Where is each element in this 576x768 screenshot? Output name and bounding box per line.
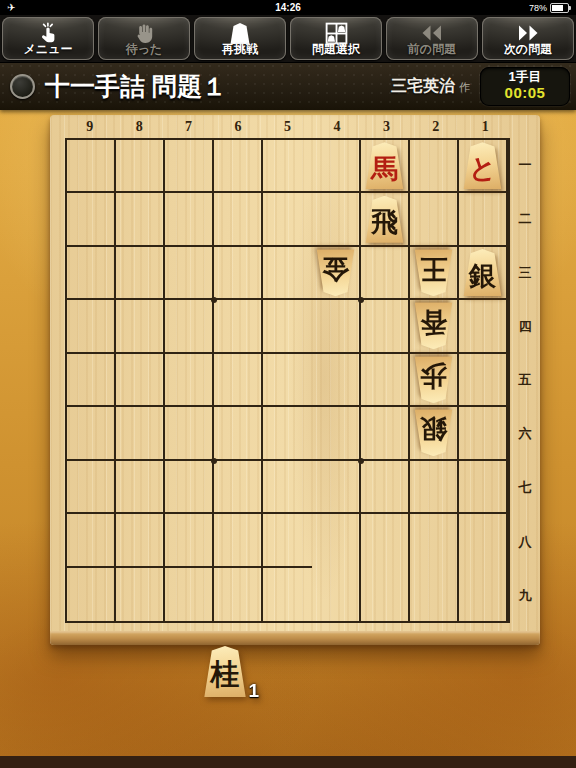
piece-kanji: 王 (420, 257, 447, 284)
file-label-9: 9 (65, 117, 114, 137)
file-label-1: 1 (461, 117, 510, 137)
board-cell-1-1[interactable]: と (459, 140, 508, 193)
board-cell-4-2[interactable] (312, 193, 361, 246)
rank-label-8: 八 (512, 515, 538, 569)
board-cell-6-1[interactable] (214, 140, 263, 193)
rank-label-2: 二 (512, 192, 538, 246)
board-cell-8-8[interactable] (116, 514, 165, 567)
piece-body: と (463, 142, 503, 189)
board-cell-1-2[interactable] (459, 193, 508, 246)
board-cell-7-5[interactable] (165, 354, 214, 407)
board-cell-1-4[interactable] (459, 300, 508, 353)
piece-sente-promoted-bishop[interactable]: 馬 (361, 140, 408, 191)
board-cell-2-5[interactable]: 歩 (410, 354, 459, 407)
app-screen: ✈ 14:26 78% メニュー 待った (0, 0, 576, 768)
board-cell-7-7[interactable] (165, 461, 214, 514)
play-area: 9 8 7 6 5 4 3 2 1 馬と飛金王銀香歩銀 一 二 三 四 (0, 110, 576, 756)
piece-body: 銀 (414, 409, 454, 456)
menu-button[interactable]: メニュー (2, 17, 94, 60)
piece-gote-king[interactable]: 王 (410, 247, 457, 298)
board-cell-3-7[interactable] (361, 461, 410, 514)
next-problem-button-label: 次の問題 (482, 41, 574, 58)
board-cell-8-1[interactable] (116, 140, 165, 193)
hoshi-dot (211, 458, 217, 464)
hand-piece-body: 桂 (203, 646, 247, 697)
file-label-5: 5 (263, 117, 312, 137)
board-cell-6-7[interactable] (214, 461, 263, 514)
piece-kanji: 銀 (420, 417, 447, 444)
board-cell-5-3[interactable] (263, 247, 312, 300)
board-cell-4-1[interactable] (312, 140, 361, 193)
hand-piece-kanji: 桂 (211, 660, 240, 689)
board-cell-6-4[interactable] (214, 300, 263, 353)
board-cell-4-7[interactable] (312, 461, 361, 514)
airplane-mode-icon: ✈ (7, 3, 15, 13)
board-cell-2-7[interactable] (410, 461, 459, 514)
board-cell-2-9[interactable] (410, 568, 459, 621)
problem-title: 十一手詰 問題１ (45, 70, 227, 103)
status-bar: ✈ 14:26 78% (0, 0, 576, 15)
piece-kanji: 銀 (469, 262, 496, 289)
piece-kanji: 馬 (371, 155, 398, 182)
toolbar: メニュー 待った 再挑戦 (0, 15, 576, 62)
board-cell-5-8[interactable] (263, 514, 312, 567)
board-cell-1-7[interactable] (459, 461, 508, 514)
board-cell-2-3[interactable]: 王 (410, 247, 459, 300)
piece-sente-silver[interactable]: 銀 (459, 247, 506, 298)
board-cell-4-8[interactable] (312, 514, 361, 567)
retry-button[interactable]: 再挑戦 (194, 17, 286, 60)
board-cell-9-4[interactable] (67, 300, 116, 353)
rank-label-5: 五 (512, 354, 538, 408)
piece-body: 歩 (414, 356, 454, 403)
board-cell-3-6[interactable] (361, 407, 410, 460)
next-problem-button[interactable]: 次の問題 (482, 17, 574, 60)
rank-label-9: 九 (512, 569, 538, 623)
problem-select-button-label: 問題選択 (290, 41, 382, 58)
board-cell-8-2[interactable] (116, 193, 165, 246)
piece-gote-pawn[interactable]: 歩 (410, 354, 457, 405)
board-cell-5-7[interactable] (263, 461, 312, 514)
board-cell-5-5[interactable] (263, 354, 312, 407)
board-cell-4-6[interactable] (312, 407, 361, 460)
board-cell-2-1[interactable] (410, 140, 459, 193)
board-cell-7-2[interactable] (165, 193, 214, 246)
board-cell-1-6[interactable] (459, 407, 508, 460)
board-cell-5-6[interactable] (263, 407, 312, 460)
menu-button-label: メニュー (2, 41, 94, 58)
board-cell-6-8[interactable] (214, 514, 263, 567)
piece-kanji: と (469, 155, 497, 182)
board-cell-5-9[interactable] (263, 568, 312, 621)
board-cell-4-4[interactable] (312, 300, 361, 353)
hand-piece-knight[interactable]: 桂 1 (203, 646, 249, 698)
board-cell-7-3[interactable] (165, 247, 214, 300)
board-cell-3-1[interactable]: 馬 (361, 140, 410, 193)
file-label-4: 4 (312, 117, 361, 137)
board-cell-7-8[interactable] (165, 514, 214, 567)
board-cell-8-4[interactable] (116, 300, 165, 353)
board-cell-3-9[interactable] (361, 568, 410, 621)
piece-body: 金 (316, 249, 356, 296)
elapsed-time: 00:05 (489, 85, 561, 102)
board-cell-8-7[interactable] (116, 461, 165, 514)
author-name: 三宅英治 (391, 76, 455, 97)
piece-sente-tokin[interactable]: と (459, 140, 506, 191)
battery-percent: 78% (529, 3, 547, 13)
file-label-7: 7 (164, 117, 213, 137)
board-cell-2-8[interactable] (410, 514, 459, 567)
board-cell-5-1[interactable] (263, 140, 312, 193)
board-cell-9-2[interactable] (67, 193, 116, 246)
board-cell-6-3[interactable] (214, 247, 263, 300)
board-cell-2-2[interactable] (410, 193, 459, 246)
rank-label-7: 七 (512, 461, 538, 515)
undo-button[interactable]: 待った (98, 17, 190, 60)
file-label-6: 6 (213, 117, 262, 137)
piece-kanji: 歩 (420, 364, 447, 391)
piece-gote-gold[interactable]: 金 (312, 247, 359, 298)
board-grid: 馬と飛金王銀香歩銀 (65, 138, 510, 623)
undo-button-label: 待った (98, 41, 190, 58)
piece-sente-rook[interactable]: 飛 (361, 193, 408, 244)
piece-body: 銀 (463, 249, 503, 296)
move-timer-badge: 1手目 00:05 (480, 67, 570, 105)
piece-kanji: 金 (322, 257, 349, 284)
board-cell-6-5[interactable] (214, 354, 263, 407)
board-cell-6-2[interactable] (214, 193, 263, 246)
piece-body: 馬 (365, 142, 405, 189)
rank-label-4: 四 (512, 300, 538, 354)
battery-icon (550, 3, 569, 13)
board-cell-1-3[interactable]: 銀 (459, 247, 508, 300)
rank-labels: 一 二 三 四 五 六 七 八 九 (512, 138, 538, 623)
previous-problem-button-label: 前の問題 (386, 41, 478, 58)
file-label-8: 8 (114, 117, 163, 137)
clock-time: 14:26 (0, 2, 576, 13)
rank-label-6: 六 (512, 407, 538, 461)
file-label-2: 2 (411, 117, 460, 137)
board-cell-2-4[interactable]: 香 (410, 300, 459, 353)
hand-piece-count: 1 (248, 680, 259, 702)
piece-kanji: 香 (420, 310, 447, 337)
board-cell-4-3[interactable]: 金 (312, 247, 361, 300)
rank-label-3: 三 (512, 246, 538, 300)
board-cell-4-9[interactable] (312, 568, 361, 621)
shogi-board: 9 8 7 6 5 4 3 2 1 馬と飛金王銀香歩銀 一 二 三 四 (50, 115, 540, 645)
board-cell-8-5[interactable] (116, 354, 165, 407)
problem-header: 十一手詰 問題１ 三宅英治 作 1手目 00:05 (0, 62, 576, 110)
board-cell-4-5[interactable] (312, 354, 361, 407)
board-cell-6-6[interactable] (214, 407, 263, 460)
board-cell-5-2[interactable] (263, 193, 312, 246)
file-labels: 9 8 7 6 5 4 3 2 1 (65, 117, 510, 137)
board-cell-8-6[interactable] (116, 407, 165, 460)
piece-body: 王 (414, 249, 454, 296)
piece-gote-silver[interactable]: 銀 (410, 407, 457, 458)
board-cell-9-8[interactable] (67, 514, 116, 567)
rank-label-1: 一 (512, 138, 538, 192)
move-number: 1手目 (489, 70, 561, 85)
board-cell-9-9[interactable] (67, 568, 116, 621)
board-cell-1-8[interactable] (459, 514, 508, 567)
board-cell-7-4[interactable] (165, 300, 214, 353)
board-cell-1-5[interactable] (459, 354, 508, 407)
piece-kanji: 飛 (371, 208, 398, 235)
board-cell-3-4[interactable] (361, 300, 410, 353)
problem-select-button[interactable]: 問題選択 (290, 17, 382, 60)
author-suffix: 作 (459, 80, 470, 95)
board-cell-9-3[interactable] (67, 247, 116, 300)
board-cell-9-1[interactable] (67, 140, 116, 193)
file-label-3: 3 (362, 117, 411, 137)
board-cell-5-4[interactable] (263, 300, 312, 353)
piece-gote-lance[interactable]: 香 (410, 300, 457, 351)
board-cell-2-6[interactable]: 銀 (410, 407, 459, 460)
previous-problem-button[interactable]: 前の問題 (386, 17, 478, 60)
bottom-edge-strip (0, 756, 576, 768)
hoshi-dot (358, 458, 364, 464)
piece-body: 飛 (365, 196, 405, 243)
board-cell-9-6[interactable] (67, 407, 116, 460)
board-cell-7-6[interactable] (165, 407, 214, 460)
board-cell-3-3[interactable] (361, 247, 410, 300)
board-cell-7-1[interactable] (165, 140, 214, 193)
board-cell-8-3[interactable] (116, 247, 165, 300)
board-cell-8-9[interactable] (116, 568, 165, 621)
result-circle-icon (10, 74, 35, 99)
board-cell-3-5[interactable] (361, 354, 410, 407)
board-cell-1-9[interactable] (459, 568, 508, 621)
board-cell-3-8[interactable] (361, 514, 410, 567)
board-cell-9-5[interactable] (67, 354, 116, 407)
retry-button-label: 再挑戦 (194, 41, 286, 58)
board-cell-9-7[interactable] (67, 461, 116, 514)
board-cell-3-2[interactable]: 飛 (361, 193, 410, 246)
board-cell-6-9[interactable] (214, 568, 263, 621)
piece-body: 香 (414, 303, 454, 350)
board-cell-7-9[interactable] (165, 568, 214, 621)
